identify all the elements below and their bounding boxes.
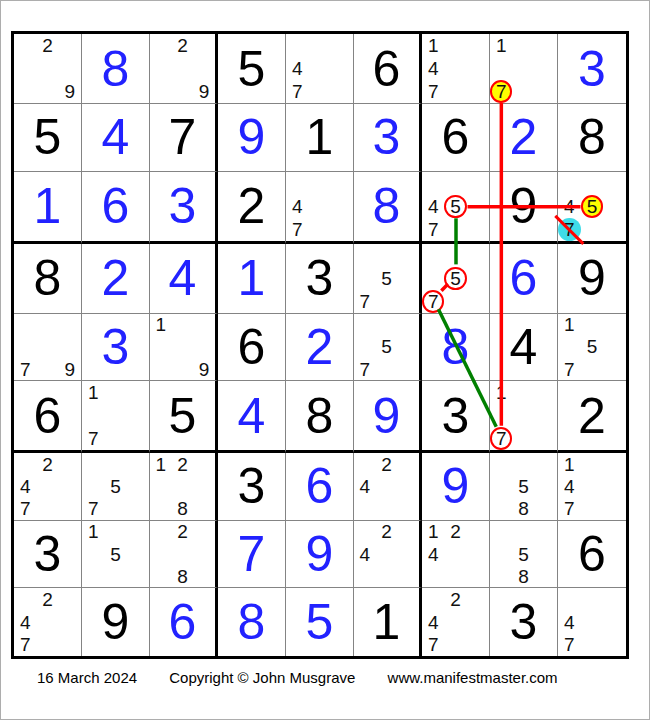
solved-digit: 2 bbox=[102, 253, 130, 303]
pencil-mark: 5 bbox=[376, 336, 398, 358]
pencil-mark: 2 bbox=[36, 34, 58, 57]
given-digit: 2 bbox=[578, 391, 606, 441]
pencil-mark: 4 bbox=[422, 611, 444, 634]
given-digit: 1 bbox=[306, 112, 334, 162]
cell-r4c1[interactable]: 8 bbox=[14, 244, 82, 314]
cell-r1c2[interactable]: 8 bbox=[82, 34, 150, 104]
footer: 16 March 2024 Copyright © John Musgrave … bbox=[37, 669, 558, 686]
cell-r7c8[interactable]: 58 bbox=[490, 453, 558, 521]
given-digit: 6 bbox=[578, 529, 606, 579]
solved-digit: 9 bbox=[373, 391, 401, 441]
cell-r6c7[interactable]: 3 bbox=[422, 381, 490, 453]
pencil-mark: 4 bbox=[354, 543, 376, 565]
cell-r2c8[interactable]: 2 bbox=[490, 104, 558, 172]
cell-r4c9[interactable]: 9 bbox=[558, 244, 626, 314]
solved-digit: 9 bbox=[306, 529, 334, 579]
cell-r5c6[interactable]: 57 bbox=[354, 314, 422, 382]
pencil-mark: 4 bbox=[354, 475, 376, 497]
pencil-mark: 5 bbox=[581, 336, 604, 358]
cell-r7c4[interactable]: 3 bbox=[218, 453, 286, 521]
cell-r1c5[interactable]: 47 bbox=[286, 34, 354, 104]
highlighted-candidate: 5 bbox=[444, 195, 466, 218]
solved-digit: 9 bbox=[238, 112, 266, 162]
solved-digit: 4 bbox=[169, 253, 197, 303]
pencil-mark: 1 bbox=[422, 34, 444, 57]
footer-website: www.manifestmaster.com bbox=[388, 669, 558, 686]
cell-r1c7[interactable]: 147 bbox=[422, 34, 490, 104]
pencil-mark: 1 bbox=[82, 381, 104, 404]
cell-r1c4[interactable]: 5 bbox=[218, 34, 286, 104]
pencil-mark: 7 bbox=[286, 80, 308, 103]
pencil-mark: 1 bbox=[558, 453, 581, 475]
pencil-mark: 4 bbox=[558, 611, 581, 634]
cell-r9c7[interactable]: 247 bbox=[422, 588, 490, 656]
pencil-mark: 7 bbox=[82, 498, 104, 520]
solved-digit: 8 bbox=[373, 181, 401, 231]
pencil-mark: 4 bbox=[558, 475, 581, 497]
cell-r7c3[interactable]: 128 bbox=[150, 453, 218, 521]
pencil-mark: 4 bbox=[14, 475, 36, 497]
pencil-mark: 5 bbox=[512, 543, 534, 565]
highlighted-candidate: 7 bbox=[422, 290, 444, 313]
given-digit: 3 bbox=[306, 253, 334, 303]
cell-r7c2[interactable]: 57 bbox=[82, 453, 150, 521]
solved-digit: 2 bbox=[510, 112, 538, 162]
pencil-mark: 7 bbox=[14, 498, 36, 520]
page: 2982954761471735479136281632478457945782… bbox=[0, 0, 650, 720]
given-digit: 4 bbox=[510, 322, 538, 372]
cell-r8c5[interactable]: 9 bbox=[286, 521, 354, 589]
pencil-mark: 4 bbox=[14, 611, 36, 634]
pencil-mark: 8 bbox=[172, 565, 194, 587]
cell-r3c7[interactable]: 457 bbox=[422, 172, 490, 244]
pencil-mark: 7 bbox=[82, 427, 104, 450]
pencil-mark: 9 bbox=[59, 358, 81, 380]
cell-r5c1[interactable]: 79 bbox=[14, 314, 82, 382]
cell-r2c5[interactable]: 1 bbox=[286, 104, 354, 172]
pencil-mark: 2 bbox=[444, 521, 466, 543]
solved-digit: 4 bbox=[238, 391, 266, 441]
solved-digit: 9 bbox=[442, 461, 470, 511]
solved-digit: 7 bbox=[238, 529, 266, 579]
solved-digit: 1 bbox=[238, 253, 266, 303]
solved-digit: 3 bbox=[102, 322, 130, 372]
cell-r2c1[interactable]: 5 bbox=[14, 104, 82, 172]
cell-r1c9[interactable]: 3 bbox=[558, 34, 626, 104]
cell-r8c7[interactable]: 124 bbox=[422, 521, 490, 589]
solved-digit: 2 bbox=[306, 322, 334, 372]
pencil-mark: 9 bbox=[59, 80, 81, 103]
cell-r2c6[interactable]: 3 bbox=[354, 104, 422, 172]
given-digit: 7 bbox=[169, 112, 197, 162]
cell-r5c9[interactable]: 157 bbox=[558, 314, 626, 382]
pencil-mark: 4 bbox=[422, 543, 444, 565]
cell-r3c8[interactable]: 9 bbox=[490, 172, 558, 244]
solved-digit: 6 bbox=[169, 597, 197, 647]
cell-r3c3[interactable]: 3 bbox=[150, 172, 218, 244]
cell-r3c4[interactable]: 2 bbox=[218, 172, 286, 244]
given-digit: 8 bbox=[306, 391, 334, 441]
cell-r4c3[interactable]: 4 bbox=[150, 244, 218, 314]
cell-r5c3[interactable]: 19 bbox=[150, 314, 218, 382]
pencil-mark: 7 bbox=[286, 218, 308, 241]
solved-digit: 6 bbox=[102, 181, 130, 231]
cell-r9c4[interactable]: 8 bbox=[218, 588, 286, 656]
given-digit: 9 bbox=[102, 597, 130, 647]
cell-r6c6[interactable]: 9 bbox=[354, 381, 422, 453]
cell-r8c8[interactable]: 58 bbox=[490, 521, 558, 589]
cell-r2c4[interactable]: 9 bbox=[218, 104, 286, 172]
solved-digit: 8 bbox=[102, 44, 130, 94]
pencil-mark: 4 bbox=[286, 195, 308, 218]
cell-r9c2[interactable]: 9 bbox=[82, 588, 150, 656]
pencil-mark: 5 bbox=[376, 267, 398, 290]
cell-r2c3[interactable]: 7 bbox=[150, 104, 218, 172]
cell-r8c6[interactable]: 24 bbox=[354, 521, 422, 589]
solved-digit: 3 bbox=[373, 112, 401, 162]
cell-r8c2[interactable]: 15 bbox=[82, 521, 150, 589]
cell-r9c5[interactable]: 5 bbox=[286, 588, 354, 656]
cell-r5c5[interactable]: 2 bbox=[286, 314, 354, 382]
solved-digit: 8 bbox=[238, 597, 266, 647]
cell-r6c8[interactable]: 17 bbox=[490, 381, 558, 453]
cell-r7c5[interactable]: 6 bbox=[286, 453, 354, 521]
pencil-mark: 7 bbox=[422, 218, 444, 241]
cell-r9c6[interactable]: 1 bbox=[354, 588, 422, 656]
cell-r4c8[interactable]: 6 bbox=[490, 244, 558, 314]
cell-r5c2[interactable]: 3 bbox=[82, 314, 150, 382]
cell-r8c1[interactable]: 3 bbox=[14, 521, 82, 589]
solved-digit: 8 bbox=[442, 322, 470, 372]
cell-r4c5[interactable]: 3 bbox=[286, 244, 354, 314]
footer-date: 16 March 2024 bbox=[37, 669, 137, 686]
cell-r1c8[interactable]: 17 bbox=[490, 34, 558, 104]
cell-r6c1[interactable]: 6 bbox=[14, 381, 82, 453]
solved-digit: 6 bbox=[510, 253, 538, 303]
highlighted-candidate: 7 bbox=[490, 427, 512, 450]
pencil-mark: 2 bbox=[172, 34, 194, 57]
solved-digit: 6 bbox=[306, 461, 334, 511]
given-digit: 3 bbox=[238, 461, 266, 511]
pencil-mark: 8 bbox=[512, 498, 534, 520]
solved-digit: 1 bbox=[34, 181, 62, 231]
pencil-mark: 2 bbox=[376, 453, 398, 475]
given-digit: 1 bbox=[373, 597, 401, 647]
given-digit: 8 bbox=[34, 253, 62, 303]
pencil-mark: 2 bbox=[36, 453, 58, 475]
pencil-mark: 8 bbox=[172, 498, 194, 520]
pencil-mark: 4 bbox=[422, 195, 444, 218]
cell-r6c2[interactable]: 17 bbox=[82, 381, 150, 453]
pencil-mark: 7 bbox=[422, 80, 444, 103]
pencil-mark: 2 bbox=[444, 588, 466, 611]
pencil-mark: 4 bbox=[422, 57, 444, 80]
given-digit: 5 bbox=[169, 391, 197, 441]
cell-r3c9[interactable]: 457 bbox=[558, 172, 626, 244]
pencil-mark: 1 bbox=[490, 34, 512, 57]
cell-r8c3[interactable]: 28 bbox=[150, 521, 218, 589]
given-digit: 2 bbox=[238, 181, 266, 231]
cell-r5c7[interactable]: 8 bbox=[422, 314, 490, 382]
pencil-mark: 5 bbox=[104, 543, 126, 565]
cell-r2c7[interactable]: 6 bbox=[422, 104, 490, 172]
solved-digit: 3 bbox=[169, 181, 197, 231]
cell-r8c9[interactable]: 6 bbox=[558, 521, 626, 589]
given-digit: 5 bbox=[34, 112, 62, 162]
pencil-mark: 9 bbox=[193, 358, 215, 380]
pencil-mark: 1 bbox=[82, 521, 104, 543]
pencil-mark: 2 bbox=[172, 453, 194, 475]
pencil-mark: 7 bbox=[354, 290, 376, 313]
cell-r5c8[interactable]: 4 bbox=[490, 314, 558, 382]
given-digit: 3 bbox=[34, 529, 62, 579]
cell-r1c6[interactable]: 6 bbox=[354, 34, 422, 104]
cell-r3c2[interactable]: 6 bbox=[82, 172, 150, 244]
given-digit: 6 bbox=[238, 322, 266, 372]
cell-r5c4[interactable]: 6 bbox=[218, 314, 286, 382]
cell-r9c3[interactable]: 6 bbox=[150, 588, 218, 656]
sudoku-board: 2982954761471735479136281632478457945782… bbox=[11, 31, 629, 659]
highlighted-candidate: 5 bbox=[444, 267, 466, 290]
cell-r1c1[interactable]: 29 bbox=[14, 34, 82, 104]
cell-r6c4[interactable]: 4 bbox=[218, 381, 286, 453]
pencil-mark: 4 bbox=[286, 57, 308, 80]
highlighted-candidate: 5 bbox=[581, 195, 604, 218]
pencil-mark: 5 bbox=[104, 475, 126, 497]
given-digit: 8 bbox=[578, 112, 606, 162]
solved-digit: 5 bbox=[306, 597, 334, 647]
sudoku-grid: 2982954761471735479136281632478457945782… bbox=[14, 34, 626, 656]
solved-digit: 3 bbox=[578, 44, 606, 94]
pencil-mark: 1 bbox=[150, 314, 172, 336]
cell-r3c6[interactable]: 8 bbox=[354, 172, 422, 244]
given-digit: 5 bbox=[238, 44, 266, 94]
pencil-mark: 7 bbox=[14, 633, 36, 656]
pencil-mark: 7 bbox=[558, 358, 581, 380]
cell-r4c4[interactable]: 1 bbox=[218, 244, 286, 314]
cell-r7c1[interactable]: 247 bbox=[14, 453, 82, 521]
pencil-mark: 7 bbox=[422, 633, 444, 656]
highlighted-candidate: 7 bbox=[490, 80, 512, 103]
given-digit: 6 bbox=[34, 391, 62, 441]
given-digit: 9 bbox=[578, 253, 606, 303]
pencil-mark: 1 bbox=[150, 453, 172, 475]
pencil-mark: 7 bbox=[14, 358, 36, 380]
given-digit: 3 bbox=[510, 597, 538, 647]
cell-r3c1[interactable]: 1 bbox=[14, 172, 82, 244]
given-digit: 6 bbox=[442, 112, 470, 162]
cell-r6c3[interactable]: 5 bbox=[150, 381, 218, 453]
pencil-mark: 5 bbox=[512, 475, 534, 497]
cell-r9c9[interactable]: 47 bbox=[558, 588, 626, 656]
pencil-mark: 9 bbox=[193, 80, 215, 103]
pencil-mark: 7 bbox=[354, 358, 376, 380]
solved-digit: 4 bbox=[102, 112, 130, 162]
given-digit: 3 bbox=[442, 391, 470, 441]
footer-copyright: Copyright © John Musgrave bbox=[169, 669, 355, 686]
pencil-mark: 2 bbox=[376, 521, 398, 543]
cell-r8c4[interactable]: 7 bbox=[218, 521, 286, 589]
cell-r7c9[interactable]: 147 bbox=[558, 453, 626, 521]
cell-r9c1[interactable]: 247 bbox=[14, 588, 82, 656]
cell-r6c5[interactable]: 8 bbox=[286, 381, 354, 453]
cell-r4c7[interactable]: 57 bbox=[422, 244, 490, 314]
pencil-mark: 8 bbox=[512, 565, 534, 587]
given-digit: 6 bbox=[373, 44, 401, 94]
cell-r2c9[interactable]: 8 bbox=[558, 104, 626, 172]
pencil-mark: 4 bbox=[558, 195, 581, 218]
eliminated-candidate: 7 bbox=[558, 218, 581, 241]
pencil-mark: 1 bbox=[422, 521, 444, 543]
pencil-mark: 7 bbox=[558, 633, 581, 656]
cell-r2c2[interactable]: 4 bbox=[82, 104, 150, 172]
pencil-mark: 2 bbox=[36, 588, 58, 611]
cell-r4c2[interactable]: 2 bbox=[82, 244, 150, 314]
cell-r7c6[interactable]: 24 bbox=[354, 453, 422, 521]
pencil-mark: 1 bbox=[558, 314, 581, 336]
cell-r7c7[interactable]: 9 bbox=[422, 453, 490, 521]
pencil-mark: 1 bbox=[490, 381, 512, 404]
cell-r6c9[interactable]: 2 bbox=[558, 381, 626, 453]
pencil-mark: 2 bbox=[172, 521, 194, 543]
cell-r4c6[interactable]: 57 bbox=[354, 244, 422, 314]
cell-r3c5[interactable]: 47 bbox=[286, 172, 354, 244]
pencil-mark: 7 bbox=[558, 498, 581, 520]
cell-r1c3[interactable]: 29 bbox=[150, 34, 218, 104]
cell-r9c8[interactable]: 3 bbox=[490, 588, 558, 656]
given-digit: 9 bbox=[510, 181, 538, 231]
